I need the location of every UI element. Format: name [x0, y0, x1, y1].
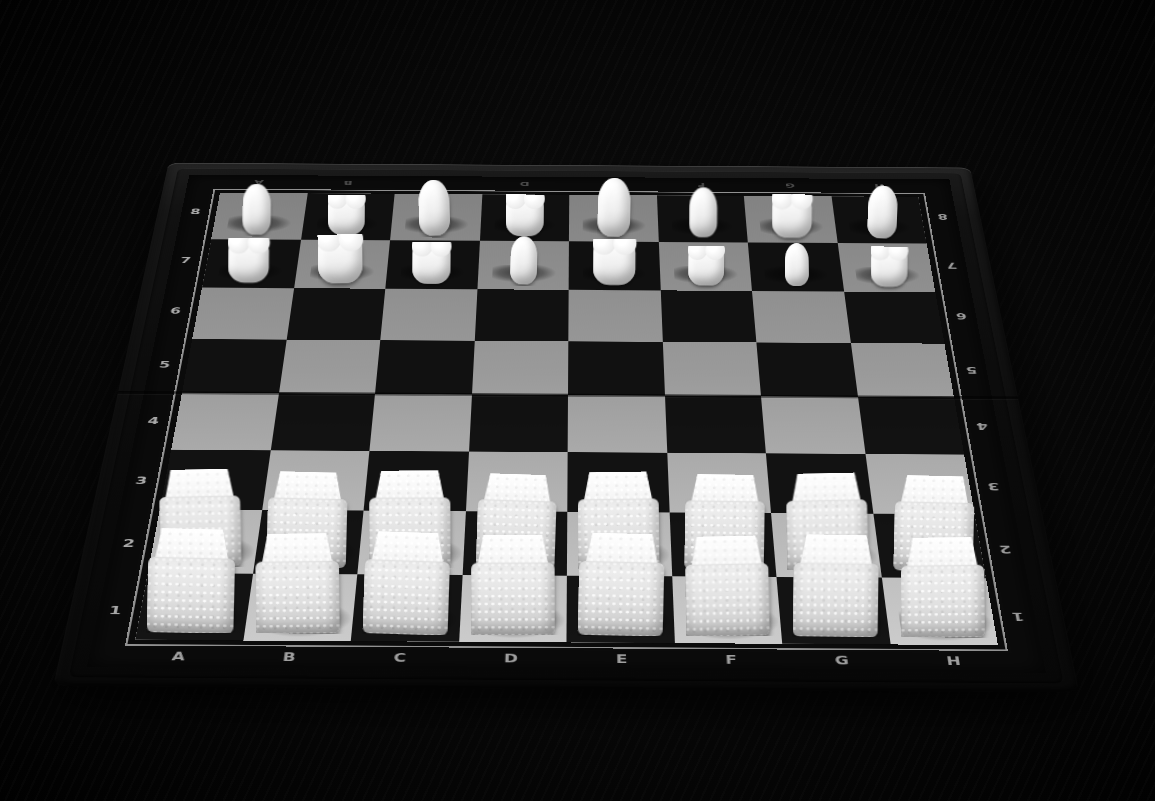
square-f7[interactable]	[658, 242, 752, 291]
piece-sugar-cube-a1[interactable]	[147, 528, 236, 634]
camera-perspective: ABCDEFGH 87654321 87654321 ABCDEFGH	[0, 0, 1155, 801]
square-g7[interactable]	[748, 242, 844, 291]
piece-tooth-c8[interactable]	[418, 179, 451, 236]
sugar-cube-top-face	[258, 533, 335, 564]
piece-tooth-f8[interactable]	[689, 187, 717, 237]
square-d8[interactable]	[480, 194, 570, 241]
rank-label-right-5: 5	[965, 365, 978, 374]
rank-label-6: 6	[169, 307, 181, 316]
square-c8[interactable]	[390, 194, 482, 241]
rank-label-5: 5	[158, 360, 171, 369]
sugar-cube-top-face	[271, 471, 345, 501]
sugar-cube-front-face	[793, 563, 879, 638]
piece-sugar-cube-b1[interactable]	[255, 533, 340, 634]
square-c5[interactable]	[375, 340, 474, 394]
square-f5[interactable]	[662, 342, 761, 397]
piece-tooth-e7[interactable]	[593, 239, 635, 285]
rank-label-right-4: 4	[976, 421, 989, 431]
piece-sugar-cube-g1[interactable]	[793, 534, 880, 638]
square-f8[interactable]	[657, 195, 748, 242]
sugar-cube-top-face	[903, 537, 980, 568]
file-label-top-g: G	[784, 182, 794, 188]
file-label-top-b: B	[343, 180, 353, 186]
piece-tooth-b7[interactable]	[317, 234, 362, 283]
square-b7[interactable]	[294, 239, 390, 288]
rank-label-right-8: 8	[937, 213, 949, 221]
rank-label-8: 8	[189, 208, 201, 216]
file-label-h: H	[946, 656, 962, 667]
file-label-c: C	[393, 653, 406, 664]
rank-label-3: 3	[134, 476, 148, 486]
file-label-g: G	[834, 655, 849, 666]
piece-tooth-a8[interactable]	[243, 183, 272, 234]
file-label-top-d: D	[520, 181, 530, 187]
piece-tooth-d7[interactable]	[510, 236, 538, 285]
file-label-a: A	[171, 651, 186, 662]
file-label-top-c: C	[432, 180, 441, 186]
piece-tooth-c7[interactable]	[412, 242, 450, 284]
square-e7[interactable]	[569, 241, 661, 290]
piece-tooth-a7[interactable]	[228, 238, 269, 283]
sugar-cube-top-face	[688, 474, 762, 504]
sugar-cube-top-face	[162, 468, 237, 499]
rank-label-right-6: 6	[955, 312, 967, 321]
square-h5[interactable]	[850, 343, 954, 398]
square-d5[interactable]	[472, 340, 569, 395]
piece-tooth-h7[interactable]	[870, 247, 907, 287]
square-a1[interactable]	[135, 573, 253, 641]
rank-label-4: 4	[147, 416, 160, 425]
rank-label-2: 2	[122, 538, 136, 549]
sugar-cube-front-face	[578, 561, 665, 637]
rank-label-1: 1	[108, 605, 123, 616]
file-label-f: F	[725, 655, 737, 666]
rank-label-7: 7	[180, 256, 192, 264]
rank-label-right-1: 1	[1011, 610, 1025, 621]
sugar-cube-top-face	[789, 472, 864, 503]
piece-tooth-g8[interactable]	[772, 194, 812, 238]
square-f1[interactable]	[672, 576, 783, 644]
square-e6[interactable]	[568, 290, 662, 342]
file-label-b: B	[282, 652, 296, 663]
file-label-top-h: H	[874, 183, 885, 189]
square-a6[interactable]	[192, 288, 293, 340]
piece-tooth-d8[interactable]	[505, 194, 543, 236]
sugar-cube-top-face	[581, 471, 656, 501]
file-label-top-e: E	[609, 181, 617, 187]
square-b6[interactable]	[286, 288, 385, 340]
square-a7[interactable]	[202, 239, 301, 288]
chess-board: ABCDEFGH 87654321 87654321 ABCDEFGH	[53, 163, 1079, 693]
sugar-cube-front-face	[900, 565, 984, 638]
square-d1[interactable]	[459, 575, 567, 643]
sugar-cube-top-face	[373, 470, 448, 499]
square-g6[interactable]	[752, 291, 850, 343]
square-c1[interactable]	[351, 574, 462, 642]
sugar-cube-front-face	[363, 559, 451, 636]
piece-tooth-g7[interactable]	[785, 243, 809, 286]
piece-sugar-cube-e1[interactable]	[578, 533, 666, 637]
board-frame: ABCDEFGH 87654321 87654321 ABCDEFGH	[53, 163, 1079, 693]
file-label-d: D	[504, 653, 518, 664]
square-c7[interactable]	[385, 240, 479, 289]
scene-background: ABCDEFGH 87654321 87654321 ABCDEFGH	[0, 0, 1155, 801]
sugar-cube-top-face	[474, 535, 551, 565]
square-g8[interactable]	[744, 196, 837, 243]
rank-label-right-2: 2	[999, 544, 1013, 555]
sugar-cube-top-face	[797, 534, 876, 566]
playfield	[125, 189, 1008, 651]
board-surface: ABCDEFGH 87654321 87654321 ABCDEFGH	[87, 175, 1046, 673]
square-f6[interactable]	[660, 290, 756, 342]
piece-tooth-f7[interactable]	[688, 246, 724, 285]
square-e4[interactable]	[568, 395, 667, 452]
file-label-top-f: F	[697, 182, 705, 188]
file-label-top-a: A	[254, 179, 264, 185]
piece-sugar-cube-h1[interactable]	[900, 537, 985, 638]
square-b5[interactable]	[279, 339, 381, 393]
square-g5[interactable]	[756, 342, 857, 397]
square-h7[interactable]	[837, 243, 935, 292]
piece-sugar-cube-c1[interactable]	[363, 531, 452, 636]
square-h1[interactable]	[881, 577, 998, 645]
squares-grid	[135, 193, 998, 646]
sugar-cube-front-face	[255, 561, 339, 634]
square-e5[interactable]	[568, 341, 664, 396]
square-h4[interactable]	[857, 397, 964, 455]
sugar-cube-front-face	[685, 563, 770, 637]
sugar-cube-front-face	[471, 563, 555, 636]
square-e1[interactable]	[566, 575, 674, 643]
sugar-cube-top-face	[898, 475, 972, 505]
piece-sugar-cube-d1[interactable]	[471, 535, 555, 636]
square-d6[interactable]	[474, 289, 568, 341]
sugar-cube-front-face	[147, 557, 236, 634]
square-b1[interactable]	[243, 573, 357, 641]
square-h6[interactable]	[844, 292, 945, 344]
rank-label-right-3: 3	[987, 481, 1000, 491]
square-g1[interactable]	[776, 577, 890, 645]
square-h8[interactable]	[831, 196, 927, 243]
square-e8[interactable]	[569, 195, 658, 242]
file-label-e: E	[616, 654, 628, 665]
piece-sugar-cube-f1[interactable]	[684, 535, 770, 637]
square-d7[interactable]	[477, 241, 569, 290]
rank-label-right-7: 7	[946, 261, 958, 269]
piece-tooth-h8[interactable]	[867, 185, 899, 239]
square-a5[interactable]	[182, 339, 286, 393]
